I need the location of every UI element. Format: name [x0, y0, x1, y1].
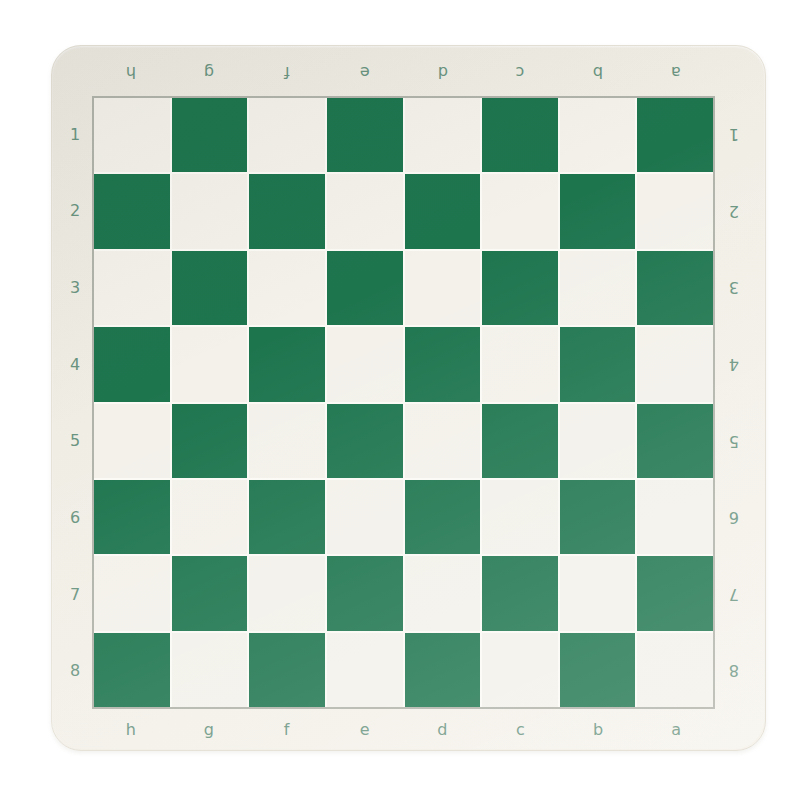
rank-labels-left: 12345678 [61, 96, 89, 709]
square-c1[interactable] [482, 98, 558, 172]
square-f6[interactable] [249, 480, 325, 554]
rank-labels-right-label: 3 [720, 249, 748, 326]
square-d5[interactable] [405, 404, 481, 478]
square-h7[interactable] [94, 556, 170, 630]
file-labels-top: hgfedcba [92, 58, 715, 88]
rank-labels-right: 12345678 [720, 96, 748, 709]
file-labels-top-label: g [170, 58, 248, 88]
square-f2[interactable] [249, 174, 325, 248]
square-g1[interactable] [172, 98, 248, 172]
file-labels-bottom-label: c [481, 714, 559, 744]
square-d6[interactable] [405, 480, 481, 554]
rank-labels-right-label: 5 [720, 403, 748, 480]
square-e5[interactable] [327, 404, 403, 478]
chessboard-grid [92, 96, 715, 709]
square-e7[interactable] [327, 556, 403, 630]
rank-labels-left-label: 6 [61, 479, 89, 556]
rank-labels-left-label: 2 [61, 173, 89, 250]
square-g2[interactable] [172, 174, 248, 248]
square-c2[interactable] [482, 174, 558, 248]
file-labels-bottom-label: h [92, 714, 170, 744]
square-c5[interactable] [482, 404, 558, 478]
file-labels-bottom-label: f [248, 714, 326, 744]
square-d3[interactable] [405, 251, 481, 325]
file-labels-bottom-label: b [559, 714, 637, 744]
file-labels-bottom-label: a [637, 714, 715, 744]
square-c7[interactable] [482, 556, 558, 630]
rank-labels-right-label: 8 [720, 632, 748, 709]
square-h1[interactable] [94, 98, 170, 172]
chessboard-mat: hgfedcba 12345678 12345678 hgfedcba [51, 45, 766, 751]
file-labels-top-label: d [404, 58, 482, 88]
rank-labels-right-label: 6 [720, 479, 748, 556]
square-e2[interactable] [327, 174, 403, 248]
file-labels-top-label: h [92, 58, 170, 88]
file-labels-top-label: e [326, 58, 404, 88]
square-f7[interactable] [249, 556, 325, 630]
file-labels-top-label: c [481, 58, 559, 88]
square-h2[interactable] [94, 174, 170, 248]
square-a1[interactable] [637, 98, 713, 172]
file-labels-bottom: hgfedcba [92, 714, 715, 744]
square-a5[interactable] [637, 404, 713, 478]
square-b2[interactable] [560, 174, 636, 248]
square-a6[interactable] [637, 480, 713, 554]
file-labels-top-label: b [559, 58, 637, 88]
square-b8[interactable] [560, 633, 636, 707]
rank-labels-right-label: 7 [720, 556, 748, 633]
square-b1[interactable] [560, 98, 636, 172]
square-a4[interactable] [637, 327, 713, 401]
square-e4[interactable] [327, 327, 403, 401]
square-e3[interactable] [327, 251, 403, 325]
square-h4[interactable] [94, 327, 170, 401]
square-g6[interactable] [172, 480, 248, 554]
square-a3[interactable] [637, 251, 713, 325]
square-b6[interactable] [560, 480, 636, 554]
square-g3[interactable] [172, 251, 248, 325]
square-a7[interactable] [637, 556, 713, 630]
square-h3[interactable] [94, 251, 170, 325]
square-e8[interactable] [327, 633, 403, 707]
rank-labels-left-label: 5 [61, 403, 89, 480]
file-labels-bottom-label: g [170, 714, 248, 744]
file-labels-bottom-label: e [326, 714, 404, 744]
square-g7[interactable] [172, 556, 248, 630]
rank-labels-left-label: 8 [61, 632, 89, 709]
square-d4[interactable] [405, 327, 481, 401]
square-f3[interactable] [249, 251, 325, 325]
square-d1[interactable] [405, 98, 481, 172]
file-labels-top-label: a [637, 58, 715, 88]
square-h6[interactable] [94, 480, 170, 554]
square-a2[interactable] [637, 174, 713, 248]
square-b3[interactable] [560, 251, 636, 325]
square-e6[interactable] [327, 480, 403, 554]
rank-labels-left-label: 7 [61, 556, 89, 633]
photo-background: hgfedcba 12345678 12345678 hgfedcba [0, 0, 800, 800]
square-d7[interactable] [405, 556, 481, 630]
file-labels-top-label: f [248, 58, 326, 88]
rank-labels-left-label: 1 [61, 96, 89, 173]
file-labels-bottom-label: d [404, 714, 482, 744]
rank-labels-right-label: 1 [720, 96, 748, 173]
square-b4[interactable] [560, 327, 636, 401]
rank-labels-right-label: 4 [720, 326, 748, 403]
rank-labels-left-label: 3 [61, 249, 89, 326]
square-g4[interactable] [172, 327, 248, 401]
square-b5[interactable] [560, 404, 636, 478]
square-f8[interactable] [249, 633, 325, 707]
square-g8[interactable] [172, 633, 248, 707]
square-h5[interactable] [94, 404, 170, 478]
square-c4[interactable] [482, 327, 558, 401]
square-d2[interactable] [405, 174, 481, 248]
square-c3[interactable] [482, 251, 558, 325]
square-e1[interactable] [327, 98, 403, 172]
square-f1[interactable] [249, 98, 325, 172]
square-f5[interactable] [249, 404, 325, 478]
square-h8[interactable] [94, 633, 170, 707]
rank-labels-left-label: 4 [61, 326, 89, 403]
square-f4[interactable] [249, 327, 325, 401]
square-c8[interactable] [482, 633, 558, 707]
square-c6[interactable] [482, 480, 558, 554]
square-a8[interactable] [637, 633, 713, 707]
square-g5[interactable] [172, 404, 248, 478]
rank-labels-right-label: 2 [720, 173, 748, 250]
square-d8[interactable] [405, 633, 481, 707]
square-b7[interactable] [560, 556, 636, 630]
